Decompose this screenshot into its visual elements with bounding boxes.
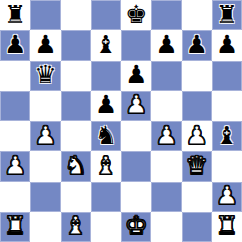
square-g2[interactable]	[182, 182, 212, 212]
square-d5[interactable]: ♟	[91, 91, 121, 121]
square-b1[interactable]	[30, 212, 60, 242]
square-f3[interactable]	[151, 151, 181, 181]
piece-white-rook[interactable]: ♜	[216, 213, 238, 238]
square-h1[interactable]: ♜	[212, 212, 242, 242]
piece-black-pawn[interactable]: ♟	[185, 32, 207, 57]
square-g3[interactable]: ♛	[182, 151, 212, 181]
piece-black-pawn[interactable]: ♟	[34, 32, 56, 57]
square-h7[interactable]: ♟	[212, 30, 242, 60]
piece-black-pawn[interactable]: ♟	[155, 32, 177, 57]
piece-white-bishop[interactable]: ♝	[95, 153, 117, 178]
square-c4[interactable]	[61, 121, 91, 151]
square-h2[interactable]: ♟	[212, 182, 242, 212]
square-f4[interactable]: ♟	[151, 121, 181, 151]
square-b5[interactable]	[30, 91, 60, 121]
piece-black-pawn[interactable]: ♟	[216, 32, 238, 57]
square-c7[interactable]	[61, 30, 91, 60]
piece-white-pawn[interactable]: ♟	[155, 123, 177, 148]
piece-black-rook[interactable]: ♜	[216, 2, 238, 27]
square-c2[interactable]	[61, 182, 91, 212]
square-b2[interactable]	[30, 182, 60, 212]
square-c3[interactable]: ♞	[61, 151, 91, 181]
square-b3[interactable]	[30, 151, 60, 181]
piece-black-pawn[interactable]: ♟	[4, 32, 26, 57]
square-g5[interactable]	[182, 91, 212, 121]
square-b6[interactable]: ♛	[30, 61, 60, 91]
square-h3[interactable]	[212, 151, 242, 181]
piece-black-king[interactable]: ♚	[125, 2, 147, 27]
square-b4[interactable]: ♟	[30, 121, 60, 151]
piece-black-pawn[interactable]: ♟	[95, 92, 117, 117]
piece-black-pawn[interactable]: ♟	[125, 62, 147, 87]
square-a6[interactable]	[0, 61, 30, 91]
square-c6[interactable]	[61, 61, 91, 91]
square-g1[interactable]	[182, 212, 212, 242]
square-g6[interactable]	[182, 61, 212, 91]
square-b8[interactable]	[30, 0, 60, 30]
piece-white-queen[interactable]: ♛	[185, 153, 207, 178]
square-e5[interactable]: ♟	[121, 91, 151, 121]
square-a8[interactable]: ♜	[0, 0, 30, 30]
chess-board: ♜♚♜♟♟♝♟♟♟♛♟♟♟♟♞♟♟♝♟♞♝♛♟♜♝♚♜	[0, 0, 242, 242]
square-d1[interactable]	[91, 212, 121, 242]
square-a3[interactable]: ♟	[0, 151, 30, 181]
square-h8[interactable]: ♜	[212, 0, 242, 30]
square-c8[interactable]	[61, 0, 91, 30]
square-f5[interactable]	[151, 91, 181, 121]
piece-black-knight[interactable]: ♞	[95, 123, 117, 148]
piece-white-pawn[interactable]: ♟	[125, 92, 147, 117]
square-h5[interactable]	[212, 91, 242, 121]
square-g8[interactable]	[182, 0, 212, 30]
square-f6[interactable]	[151, 61, 181, 91]
square-f8[interactable]	[151, 0, 181, 30]
square-e8[interactable]: ♚	[121, 0, 151, 30]
piece-white-pawn[interactable]: ♟	[185, 123, 207, 148]
square-c5[interactable]	[61, 91, 91, 121]
square-e4[interactable]	[121, 121, 151, 151]
square-e6[interactable]: ♟	[121, 61, 151, 91]
square-d2[interactable]	[91, 182, 121, 212]
square-a4[interactable]	[0, 121, 30, 151]
piece-black-bishop[interactable]: ♝	[216, 123, 238, 148]
piece-black-bishop[interactable]: ♝	[95, 32, 117, 57]
square-e2[interactable]	[121, 182, 151, 212]
square-h6[interactable]	[212, 61, 242, 91]
square-a5[interactable]	[0, 91, 30, 121]
square-h4[interactable]: ♝	[212, 121, 242, 151]
piece-white-knight[interactable]: ♞	[64, 153, 86, 178]
piece-black-rook[interactable]: ♜	[4, 2, 26, 27]
square-f7[interactable]: ♟	[151, 30, 181, 60]
square-d3[interactable]: ♝	[91, 151, 121, 181]
square-d8[interactable]	[91, 0, 121, 30]
piece-white-rook[interactable]: ♜	[4, 213, 26, 238]
square-a1[interactable]: ♜	[0, 212, 30, 242]
square-a7[interactable]: ♟	[0, 30, 30, 60]
square-a2[interactable]	[0, 182, 30, 212]
square-e7[interactable]	[121, 30, 151, 60]
square-f1[interactable]	[151, 212, 181, 242]
square-e3[interactable]	[121, 151, 151, 181]
piece-white-pawn[interactable]: ♟	[4, 153, 26, 178]
piece-white-king[interactable]: ♚	[125, 213, 147, 238]
square-f2[interactable]	[151, 182, 181, 212]
piece-white-bishop[interactable]: ♝	[64, 213, 86, 238]
square-e1[interactable]: ♚	[121, 212, 151, 242]
square-d4[interactable]: ♞	[91, 121, 121, 151]
piece-white-pawn[interactable]: ♟	[216, 183, 238, 208]
piece-black-queen[interactable]: ♛	[34, 62, 56, 87]
square-g7[interactable]: ♟	[182, 30, 212, 60]
square-d7[interactable]: ♝	[91, 30, 121, 60]
square-d6[interactable]	[91, 61, 121, 91]
square-b7[interactable]: ♟	[30, 30, 60, 60]
piece-white-pawn[interactable]: ♟	[34, 123, 56, 148]
square-c1[interactable]: ♝	[61, 212, 91, 242]
square-g4[interactable]: ♟	[182, 121, 212, 151]
